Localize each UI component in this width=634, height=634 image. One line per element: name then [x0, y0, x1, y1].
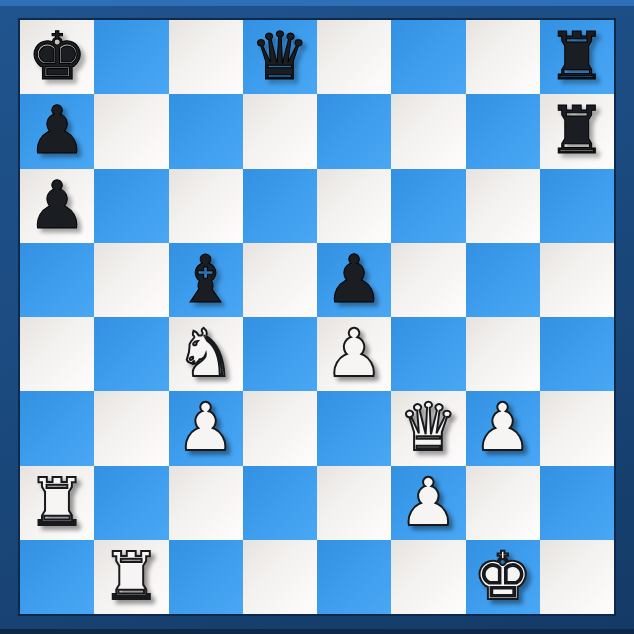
square-d5[interactable] [243, 243, 317, 317]
square-a5[interactable] [20, 243, 94, 317]
square-g7[interactable] [466, 94, 540, 168]
square-d2[interactable] [243, 466, 317, 540]
square-h3[interactable] [540, 391, 614, 465]
white-pawn[interactable]: ♟ [169, 391, 243, 465]
black-queen[interactable]: ♛ [243, 20, 317, 94]
square-c6[interactable] [169, 169, 243, 243]
square-b8[interactable] [94, 20, 168, 94]
white-knight[interactable]: ♞ [169, 317, 243, 391]
square-f1[interactable] [391, 540, 465, 614]
square-c2[interactable] [169, 466, 243, 540]
square-d1[interactable] [243, 540, 317, 614]
square-g8[interactable] [466, 20, 540, 94]
board-frame: ♚♛♜♟♜♟♝♟♞♟♟♛♟♜♟♜♚ [0, 0, 634, 634]
square-g4[interactable] [466, 317, 540, 391]
square-h6[interactable] [540, 169, 614, 243]
square-a7[interactable]: ♟ [20, 94, 94, 168]
square-f5[interactable] [391, 243, 465, 317]
square-b2[interactable] [94, 466, 168, 540]
square-b4[interactable] [94, 317, 168, 391]
square-c3[interactable]: ♟ [169, 391, 243, 465]
square-a4[interactable] [20, 317, 94, 391]
square-e7[interactable] [317, 94, 391, 168]
square-b6[interactable] [94, 169, 168, 243]
square-a3[interactable] [20, 391, 94, 465]
white-pawn[interactable]: ♟ [317, 317, 391, 391]
square-f8[interactable] [391, 20, 465, 94]
square-f7[interactable] [391, 94, 465, 168]
square-d8[interactable]: ♛ [243, 20, 317, 94]
square-c8[interactable] [169, 20, 243, 94]
square-a8[interactable]: ♚ [20, 20, 94, 94]
black-king[interactable]: ♚ [20, 20, 94, 94]
square-b3[interactable] [94, 391, 168, 465]
square-a2[interactable]: ♜ [20, 466, 94, 540]
square-b1[interactable]: ♜ [94, 540, 168, 614]
square-h8[interactable]: ♜ [540, 20, 614, 94]
square-h2[interactable] [540, 466, 614, 540]
white-rook[interactable]: ♜ [94, 540, 168, 614]
square-g2[interactable] [466, 466, 540, 540]
square-g3[interactable]: ♟ [466, 391, 540, 465]
square-h5[interactable] [540, 243, 614, 317]
square-e4[interactable]: ♟ [317, 317, 391, 391]
square-d7[interactable] [243, 94, 317, 168]
square-e3[interactable] [317, 391, 391, 465]
black-rook[interactable]: ♜ [540, 94, 614, 168]
square-h4[interactable] [540, 317, 614, 391]
square-a1[interactable] [20, 540, 94, 614]
square-b7[interactable] [94, 94, 168, 168]
square-f6[interactable] [391, 169, 465, 243]
white-pawn[interactable]: ♟ [391, 466, 465, 540]
square-e5[interactable]: ♟ [317, 243, 391, 317]
square-e6[interactable] [317, 169, 391, 243]
square-f4[interactable] [391, 317, 465, 391]
black-pawn[interactable]: ♟ [20, 94, 94, 168]
square-g6[interactable] [466, 169, 540, 243]
white-pawn[interactable]: ♟ [466, 391, 540, 465]
square-e1[interactable] [317, 540, 391, 614]
black-pawn[interactable]: ♟ [20, 169, 94, 243]
square-c1[interactable] [169, 540, 243, 614]
chess-board: ♚♛♜♟♜♟♝♟♞♟♟♛♟♜♟♜♚ [20, 20, 614, 614]
square-c7[interactable] [169, 94, 243, 168]
black-pawn[interactable]: ♟ [317, 243, 391, 317]
square-c4[interactable]: ♞ [169, 317, 243, 391]
square-c5[interactable]: ♝ [169, 243, 243, 317]
square-d6[interactable] [243, 169, 317, 243]
white-king[interactable]: ♚ [466, 540, 540, 614]
square-g1[interactable]: ♚ [466, 540, 540, 614]
square-d3[interactable] [243, 391, 317, 465]
square-f3[interactable]: ♛ [391, 391, 465, 465]
square-b5[interactable] [94, 243, 168, 317]
square-h1[interactable] [540, 540, 614, 614]
white-rook[interactable]: ♜ [20, 466, 94, 540]
white-queen[interactable]: ♛ [391, 391, 465, 465]
square-e2[interactable] [317, 466, 391, 540]
square-e8[interactable] [317, 20, 391, 94]
square-d4[interactable] [243, 317, 317, 391]
black-bishop[interactable]: ♝ [169, 243, 243, 317]
square-f2[interactable]: ♟ [391, 466, 465, 540]
square-a6[interactable]: ♟ [20, 169, 94, 243]
square-g5[interactable] [466, 243, 540, 317]
square-h7[interactable]: ♜ [540, 94, 614, 168]
black-rook[interactable]: ♜ [540, 20, 614, 94]
